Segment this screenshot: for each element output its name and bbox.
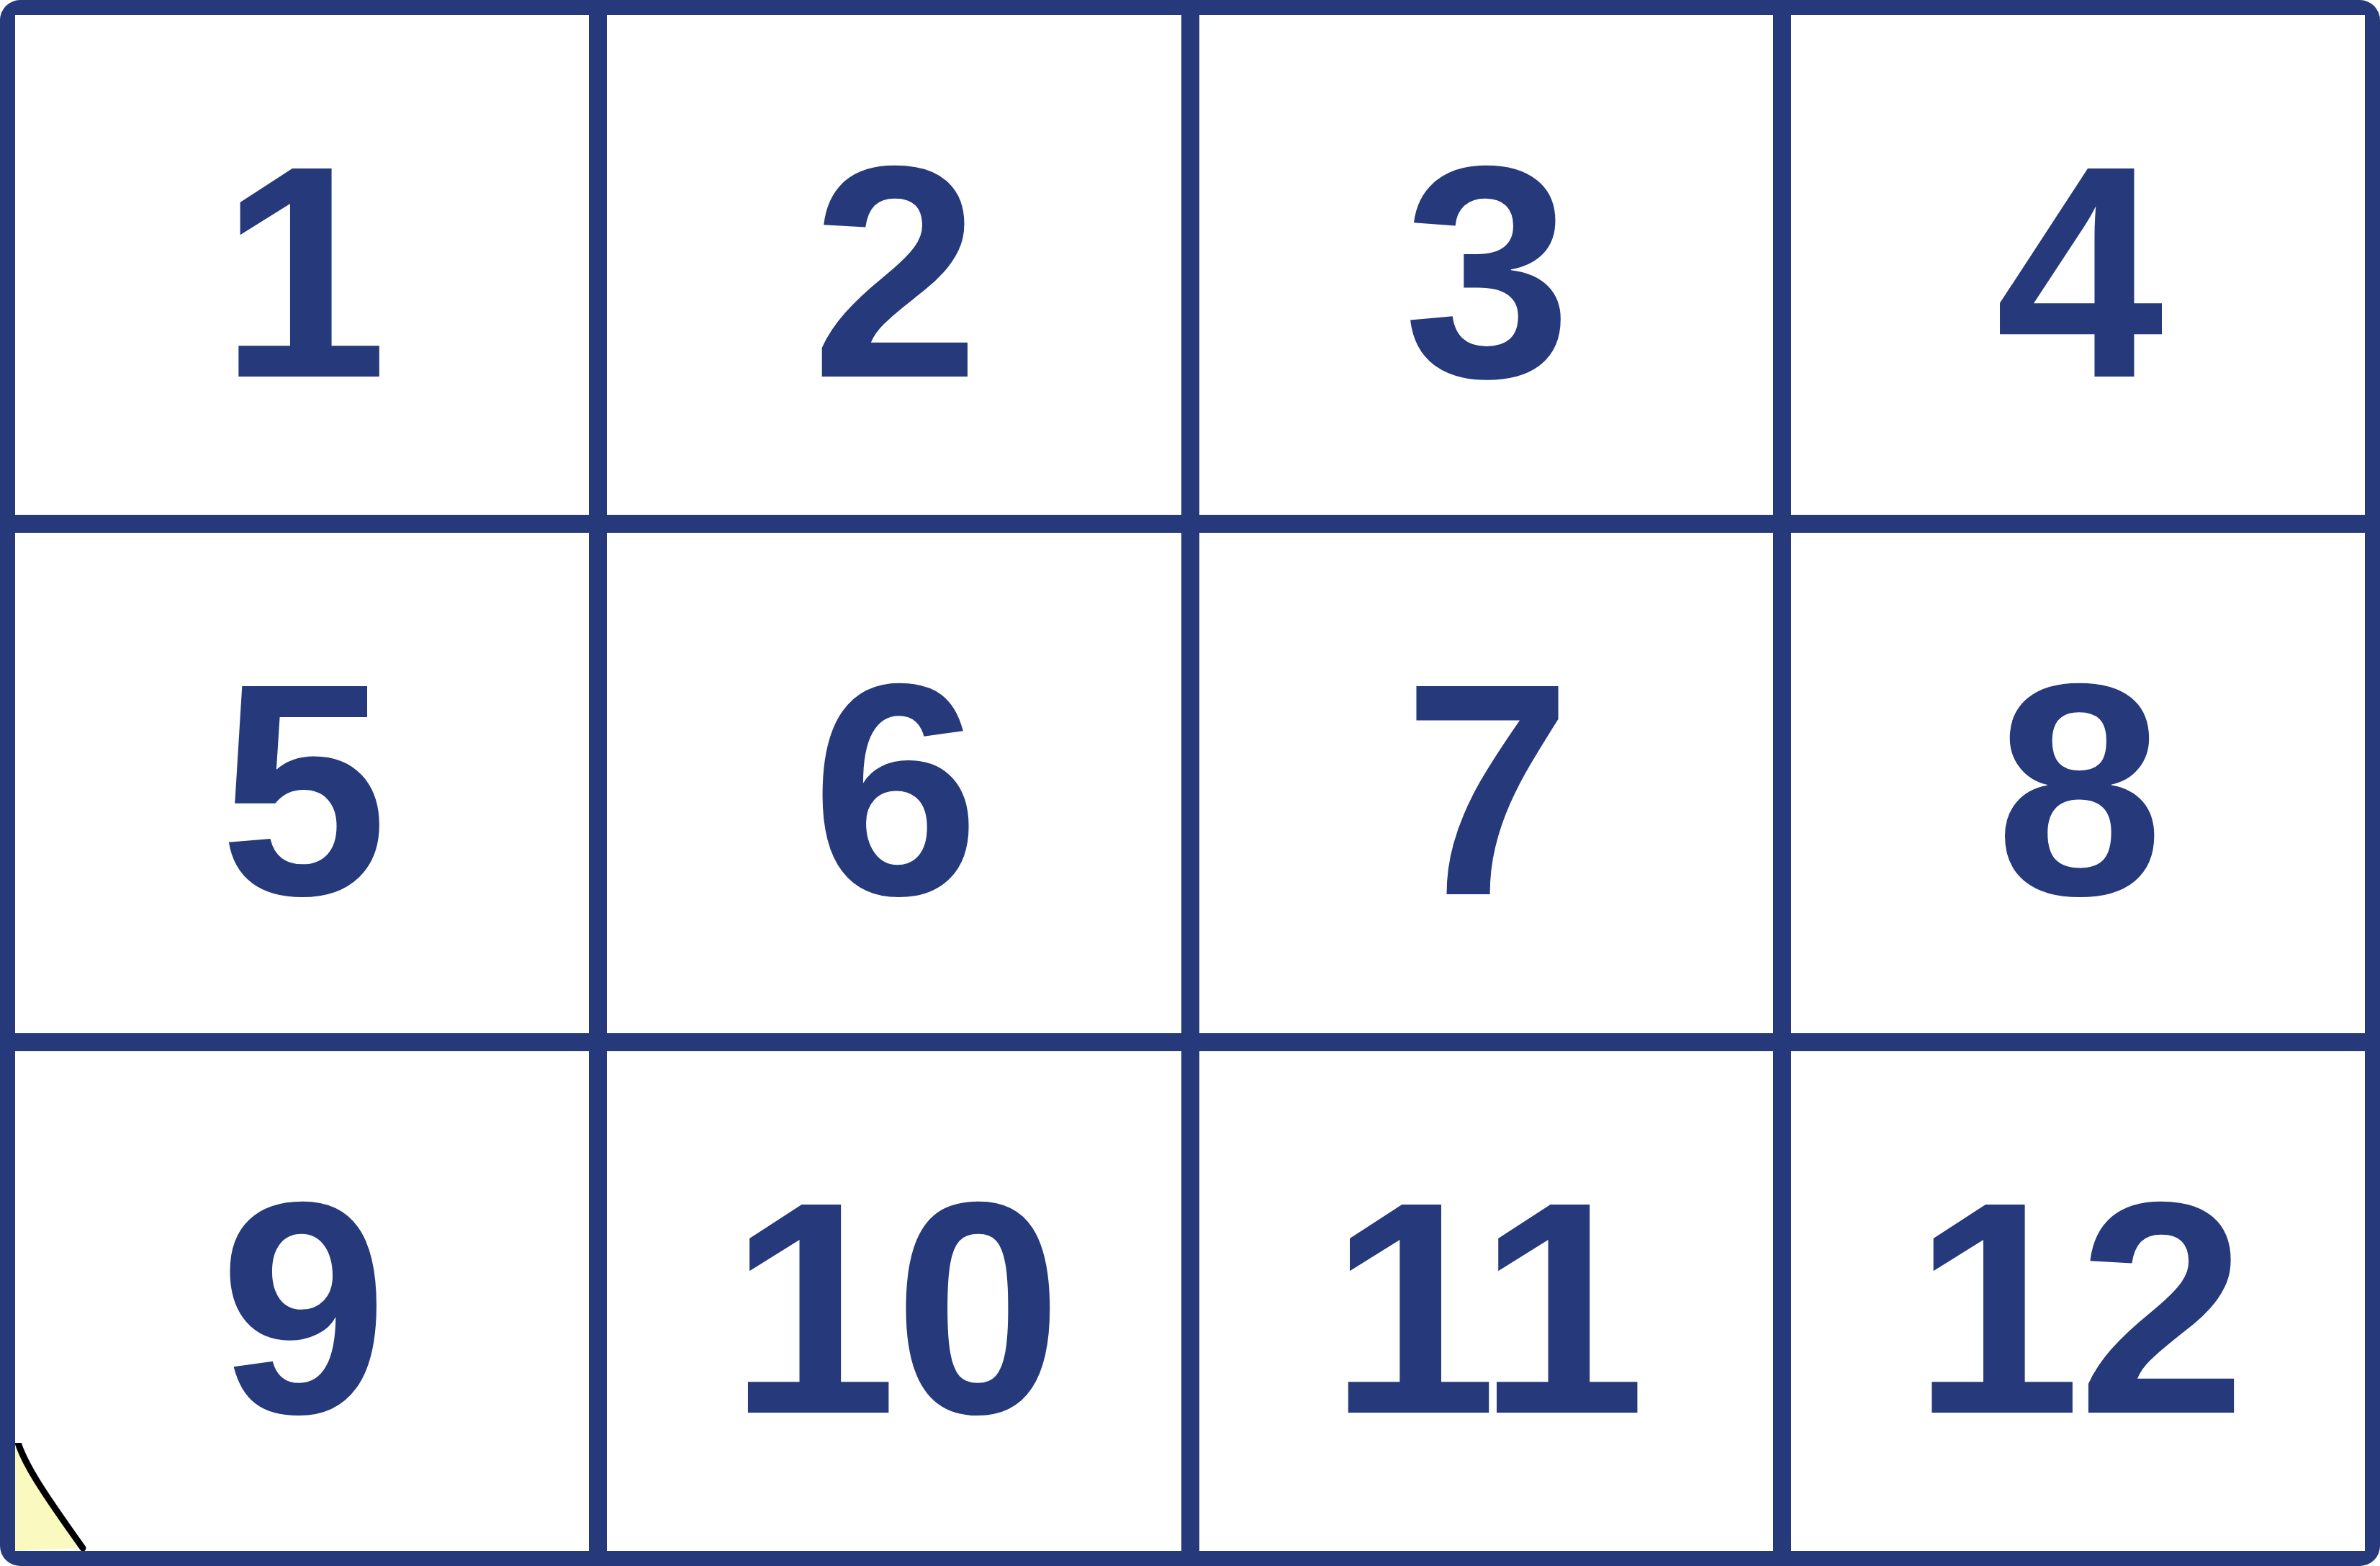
cell-r3c4[interactable]: 12 bbox=[1791, 1051, 2365, 1551]
cell-r1c1-number: 1 bbox=[220, 121, 384, 423]
cell-r3c2-number: 10 bbox=[729, 1157, 1059, 1459]
cell-r1c2-number: 2 bbox=[811, 121, 976, 423]
cell-r1c3[interactable]: 3 bbox=[1199, 15, 1773, 515]
cell-r1c4[interactable]: 4 bbox=[1791, 15, 2365, 515]
cell-r2c3-number: 7 bbox=[1403, 639, 1568, 941]
cell-r3c3-number: 11 bbox=[1329, 1157, 1643, 1459]
cell-r1c3-number: 3 bbox=[1403, 121, 1568, 423]
cell-r1c2[interactable]: 2 bbox=[607, 15, 1181, 515]
cell-r2c4[interactable]: 8 bbox=[1791, 533, 2365, 1032]
cell-r3c2[interactable]: 10 bbox=[607, 1051, 1181, 1551]
cell-r2c2[interactable]: 6 bbox=[607, 533, 1181, 1032]
cell-r2c4-number: 8 bbox=[1996, 639, 2160, 941]
number-grid-board: 1 2 3 4 5 6 7 8 9 10 11 12 bbox=[0, 0, 2380, 1566]
cell-r3c1[interactable]: 9 bbox=[15, 1051, 589, 1551]
cell-r1c1[interactable]: 1 bbox=[15, 15, 589, 515]
cell-r2c1-number: 5 bbox=[220, 639, 384, 941]
cell-r1c4-number: 4 bbox=[1996, 121, 2160, 423]
cell-r2c3[interactable]: 7 bbox=[1199, 533, 1773, 1032]
cell-r3c4-number: 12 bbox=[1913, 1157, 2243, 1459]
cell-r2c2-number: 6 bbox=[811, 639, 976, 941]
cell-r3c3[interactable]: 11 bbox=[1199, 1051, 1773, 1551]
cell-r3c1-number: 9 bbox=[220, 1157, 384, 1459]
cell-r2c1[interactable]: 5 bbox=[15, 533, 589, 1032]
